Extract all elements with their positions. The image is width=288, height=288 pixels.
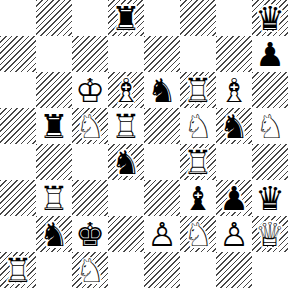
black-pawn-glyph: ♟ bbox=[252, 36, 288, 72]
black-knight-glyph: ♞ bbox=[108, 144, 144, 180]
square-b1[interactable] bbox=[36, 252, 72, 288]
white-rook-outline: ♖ bbox=[36, 180, 72, 216]
black-king-piece: ♚ bbox=[72, 216, 108, 252]
white-king-outline: ♔ bbox=[72, 72, 108, 108]
square-g3[interactable]: ♟ bbox=[216, 180, 252, 216]
white-rook-piece: ♜♖ bbox=[108, 108, 144, 144]
square-f2[interactable]: ♞♘ bbox=[180, 216, 216, 252]
white-queen-outline: ♕ bbox=[252, 216, 288, 252]
white-pawn-outline: ♙ bbox=[144, 216, 180, 252]
white-knight-piece: ♞♘ bbox=[180, 108, 216, 144]
white-rook-outline: ♖ bbox=[108, 108, 144, 144]
black-knight-glyph: ♞ bbox=[144, 72, 180, 108]
black-bishop-piece: ♝ bbox=[180, 180, 216, 216]
square-b5[interactable]: ♜ bbox=[36, 108, 72, 144]
square-a5[interactable] bbox=[0, 108, 36, 144]
square-g5[interactable]: ♞ bbox=[216, 108, 252, 144]
square-a3[interactable] bbox=[0, 180, 36, 216]
square-c7[interactable] bbox=[72, 36, 108, 72]
black-bishop-glyph: ♝ bbox=[180, 180, 216, 216]
white-rook-piece: ♜♖ bbox=[36, 180, 72, 216]
white-queen-piece: ♛♕ bbox=[252, 216, 288, 252]
square-e4[interactable] bbox=[144, 144, 180, 180]
white-knight-outline: ♘ bbox=[180, 216, 216, 252]
square-g4[interactable] bbox=[216, 144, 252, 180]
square-g8[interactable] bbox=[216, 0, 252, 36]
square-d1[interactable] bbox=[108, 252, 144, 288]
square-f7[interactable] bbox=[180, 36, 216, 72]
black-rook-glyph: ♜ bbox=[108, 0, 144, 36]
black-knight-piece: ♞ bbox=[144, 72, 180, 108]
square-b3[interactable]: ♜♖ bbox=[36, 180, 72, 216]
square-f8[interactable] bbox=[180, 0, 216, 36]
square-a1[interactable]: ♜♖ bbox=[0, 252, 36, 288]
square-e6[interactable]: ♞ bbox=[144, 72, 180, 108]
square-c1[interactable]: ♞♘ bbox=[72, 252, 108, 288]
square-c5[interactable]: ♞♘ bbox=[72, 108, 108, 144]
square-f3[interactable]: ♝ bbox=[180, 180, 216, 216]
white-rook-outline: ♖ bbox=[180, 72, 216, 108]
white-knight-outline: ♘ bbox=[72, 252, 108, 288]
square-h3[interactable]: ♛ bbox=[252, 180, 288, 216]
white-pawn-outline: ♙ bbox=[216, 216, 252, 252]
square-e8[interactable] bbox=[144, 0, 180, 36]
square-c6[interactable]: ♚♔ bbox=[72, 72, 108, 108]
chess-board: ♜♛♟♚♔♝♗♞♜♖♝♗♜♞♘♜♖♞♘♞♞♘♞♜♖♜♖♝♟♛♞♚♟♙♞♘♟♙♛♕… bbox=[0, 0, 288, 288]
white-bishop-outline: ♗ bbox=[216, 72, 252, 108]
square-c8[interactable] bbox=[72, 0, 108, 36]
square-a8[interactable] bbox=[0, 0, 36, 36]
square-e7[interactable] bbox=[144, 36, 180, 72]
black-pawn-glyph: ♟ bbox=[216, 180, 252, 216]
black-rook-piece: ♜ bbox=[36, 108, 72, 144]
square-g1[interactable] bbox=[216, 252, 252, 288]
square-d7[interactable] bbox=[108, 36, 144, 72]
square-d2[interactable] bbox=[108, 216, 144, 252]
square-h8[interactable]: ♛ bbox=[252, 0, 288, 36]
square-c2[interactable]: ♚ bbox=[72, 216, 108, 252]
white-pawn-piece: ♟♙ bbox=[216, 216, 252, 252]
white-king-piece: ♚♔ bbox=[72, 72, 108, 108]
square-d6[interactable]: ♝♗ bbox=[108, 72, 144, 108]
square-e5[interactable] bbox=[144, 108, 180, 144]
square-d3[interactable] bbox=[108, 180, 144, 216]
black-rook-piece: ♜ bbox=[108, 0, 144, 36]
square-h5[interactable]: ♞♘ bbox=[252, 108, 288, 144]
black-queen-piece: ♛ bbox=[252, 0, 288, 36]
black-knight-glyph: ♞ bbox=[36, 216, 72, 252]
square-a2[interactable] bbox=[0, 216, 36, 252]
white-knight-piece: ♞♘ bbox=[180, 216, 216, 252]
white-bishop-outline: ♗ bbox=[108, 72, 144, 108]
black-pawn-piece: ♟ bbox=[252, 36, 288, 72]
square-h7[interactable]: ♟ bbox=[252, 36, 288, 72]
square-g2[interactable]: ♟♙ bbox=[216, 216, 252, 252]
square-f4[interactable]: ♜♖ bbox=[180, 144, 216, 180]
white-knight-piece: ♞♘ bbox=[252, 108, 288, 144]
black-king-glyph: ♚ bbox=[72, 216, 108, 252]
black-rook-glyph: ♜ bbox=[36, 108, 72, 144]
square-f1[interactable] bbox=[180, 252, 216, 288]
white-rook-piece: ♜♖ bbox=[0, 252, 36, 288]
square-e3[interactable] bbox=[144, 180, 180, 216]
square-e2[interactable]: ♟♙ bbox=[144, 216, 180, 252]
square-h1[interactable] bbox=[252, 252, 288, 288]
square-c4[interactable] bbox=[72, 144, 108, 180]
black-knight-piece: ♞ bbox=[216, 108, 252, 144]
white-pawn-piece: ♟♙ bbox=[144, 216, 180, 252]
white-rook-piece: ♜♖ bbox=[180, 144, 216, 180]
black-knight-piece: ♞ bbox=[36, 216, 72, 252]
white-knight-outline: ♘ bbox=[180, 108, 216, 144]
black-queen-glyph: ♛ bbox=[252, 180, 288, 216]
white-knight-piece: ♞♘ bbox=[72, 108, 108, 144]
square-h6[interactable] bbox=[252, 72, 288, 108]
white-rook-piece: ♜♖ bbox=[180, 72, 216, 108]
white-knight-outline: ♘ bbox=[72, 108, 108, 144]
white-knight-piece: ♞♘ bbox=[72, 252, 108, 288]
square-a7[interactable] bbox=[0, 36, 36, 72]
square-h2[interactable]: ♛♕ bbox=[252, 216, 288, 252]
square-d5[interactable]: ♜♖ bbox=[108, 108, 144, 144]
white-bishop-piece: ♝♗ bbox=[216, 72, 252, 108]
black-queen-glyph: ♛ bbox=[252, 0, 288, 36]
black-queen-piece: ♛ bbox=[252, 180, 288, 216]
square-a4[interactable] bbox=[0, 144, 36, 180]
square-g6[interactable]: ♝♗ bbox=[216, 72, 252, 108]
square-b8[interactable] bbox=[36, 0, 72, 36]
square-g7[interactable] bbox=[216, 36, 252, 72]
square-f5[interactable]: ♞♘ bbox=[180, 108, 216, 144]
square-a6[interactable] bbox=[0, 72, 36, 108]
square-d4[interactable]: ♞ bbox=[108, 144, 144, 180]
white-rook-outline: ♖ bbox=[0, 252, 36, 288]
square-d8[interactable]: ♜ bbox=[108, 0, 144, 36]
square-b4[interactable] bbox=[36, 144, 72, 180]
square-c3[interactable] bbox=[72, 180, 108, 216]
square-b7[interactable] bbox=[36, 36, 72, 72]
square-e1[interactable] bbox=[144, 252, 180, 288]
white-knight-outline: ♘ bbox=[252, 108, 288, 144]
square-b6[interactable] bbox=[36, 72, 72, 108]
white-rook-outline: ♖ bbox=[180, 144, 216, 180]
square-b2[interactable]: ♞ bbox=[36, 216, 72, 252]
square-f6[interactable]: ♜♖ bbox=[180, 72, 216, 108]
black-knight-glyph: ♞ bbox=[216, 108, 252, 144]
black-knight-piece: ♞ bbox=[108, 144, 144, 180]
black-pawn-piece: ♟ bbox=[216, 180, 252, 216]
square-h4[interactable] bbox=[252, 144, 288, 180]
white-bishop-piece: ♝♗ bbox=[108, 72, 144, 108]
